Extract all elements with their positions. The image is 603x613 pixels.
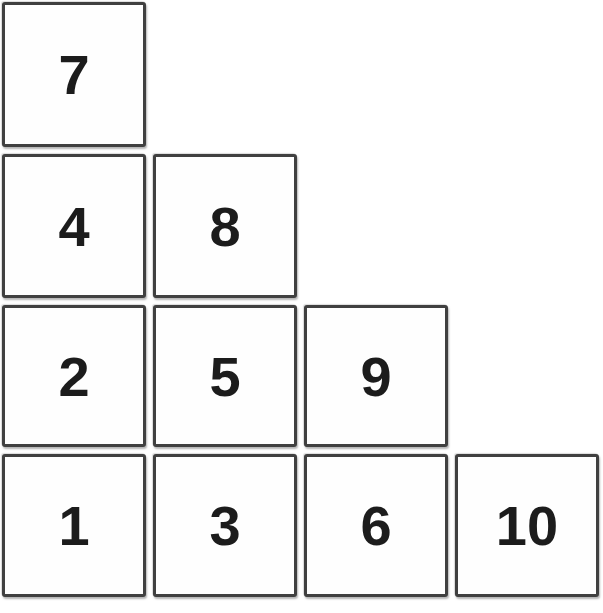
cell-r4c2: 3 [153,454,297,597]
staircase-board: 7 4 8 2 5 9 1 3 6 10 [0,0,603,597]
cell-r3c1: 2 [2,305,146,447]
cell-r4c3: 6 [304,454,448,597]
cell-r4c4: 10 [455,454,599,597]
cell-r2c2: 8 [153,154,297,298]
cell-r3c2: 5 [153,305,297,447]
cell-r2c1: 4 [2,154,146,298]
cell-r1c1: 7 [2,2,146,147]
cell-r4c1: 1 [2,454,146,597]
cell-r3c3: 9 [304,305,448,447]
diagram-page: 7 4 8 2 5 9 1 3 6 10 [0,0,603,613]
